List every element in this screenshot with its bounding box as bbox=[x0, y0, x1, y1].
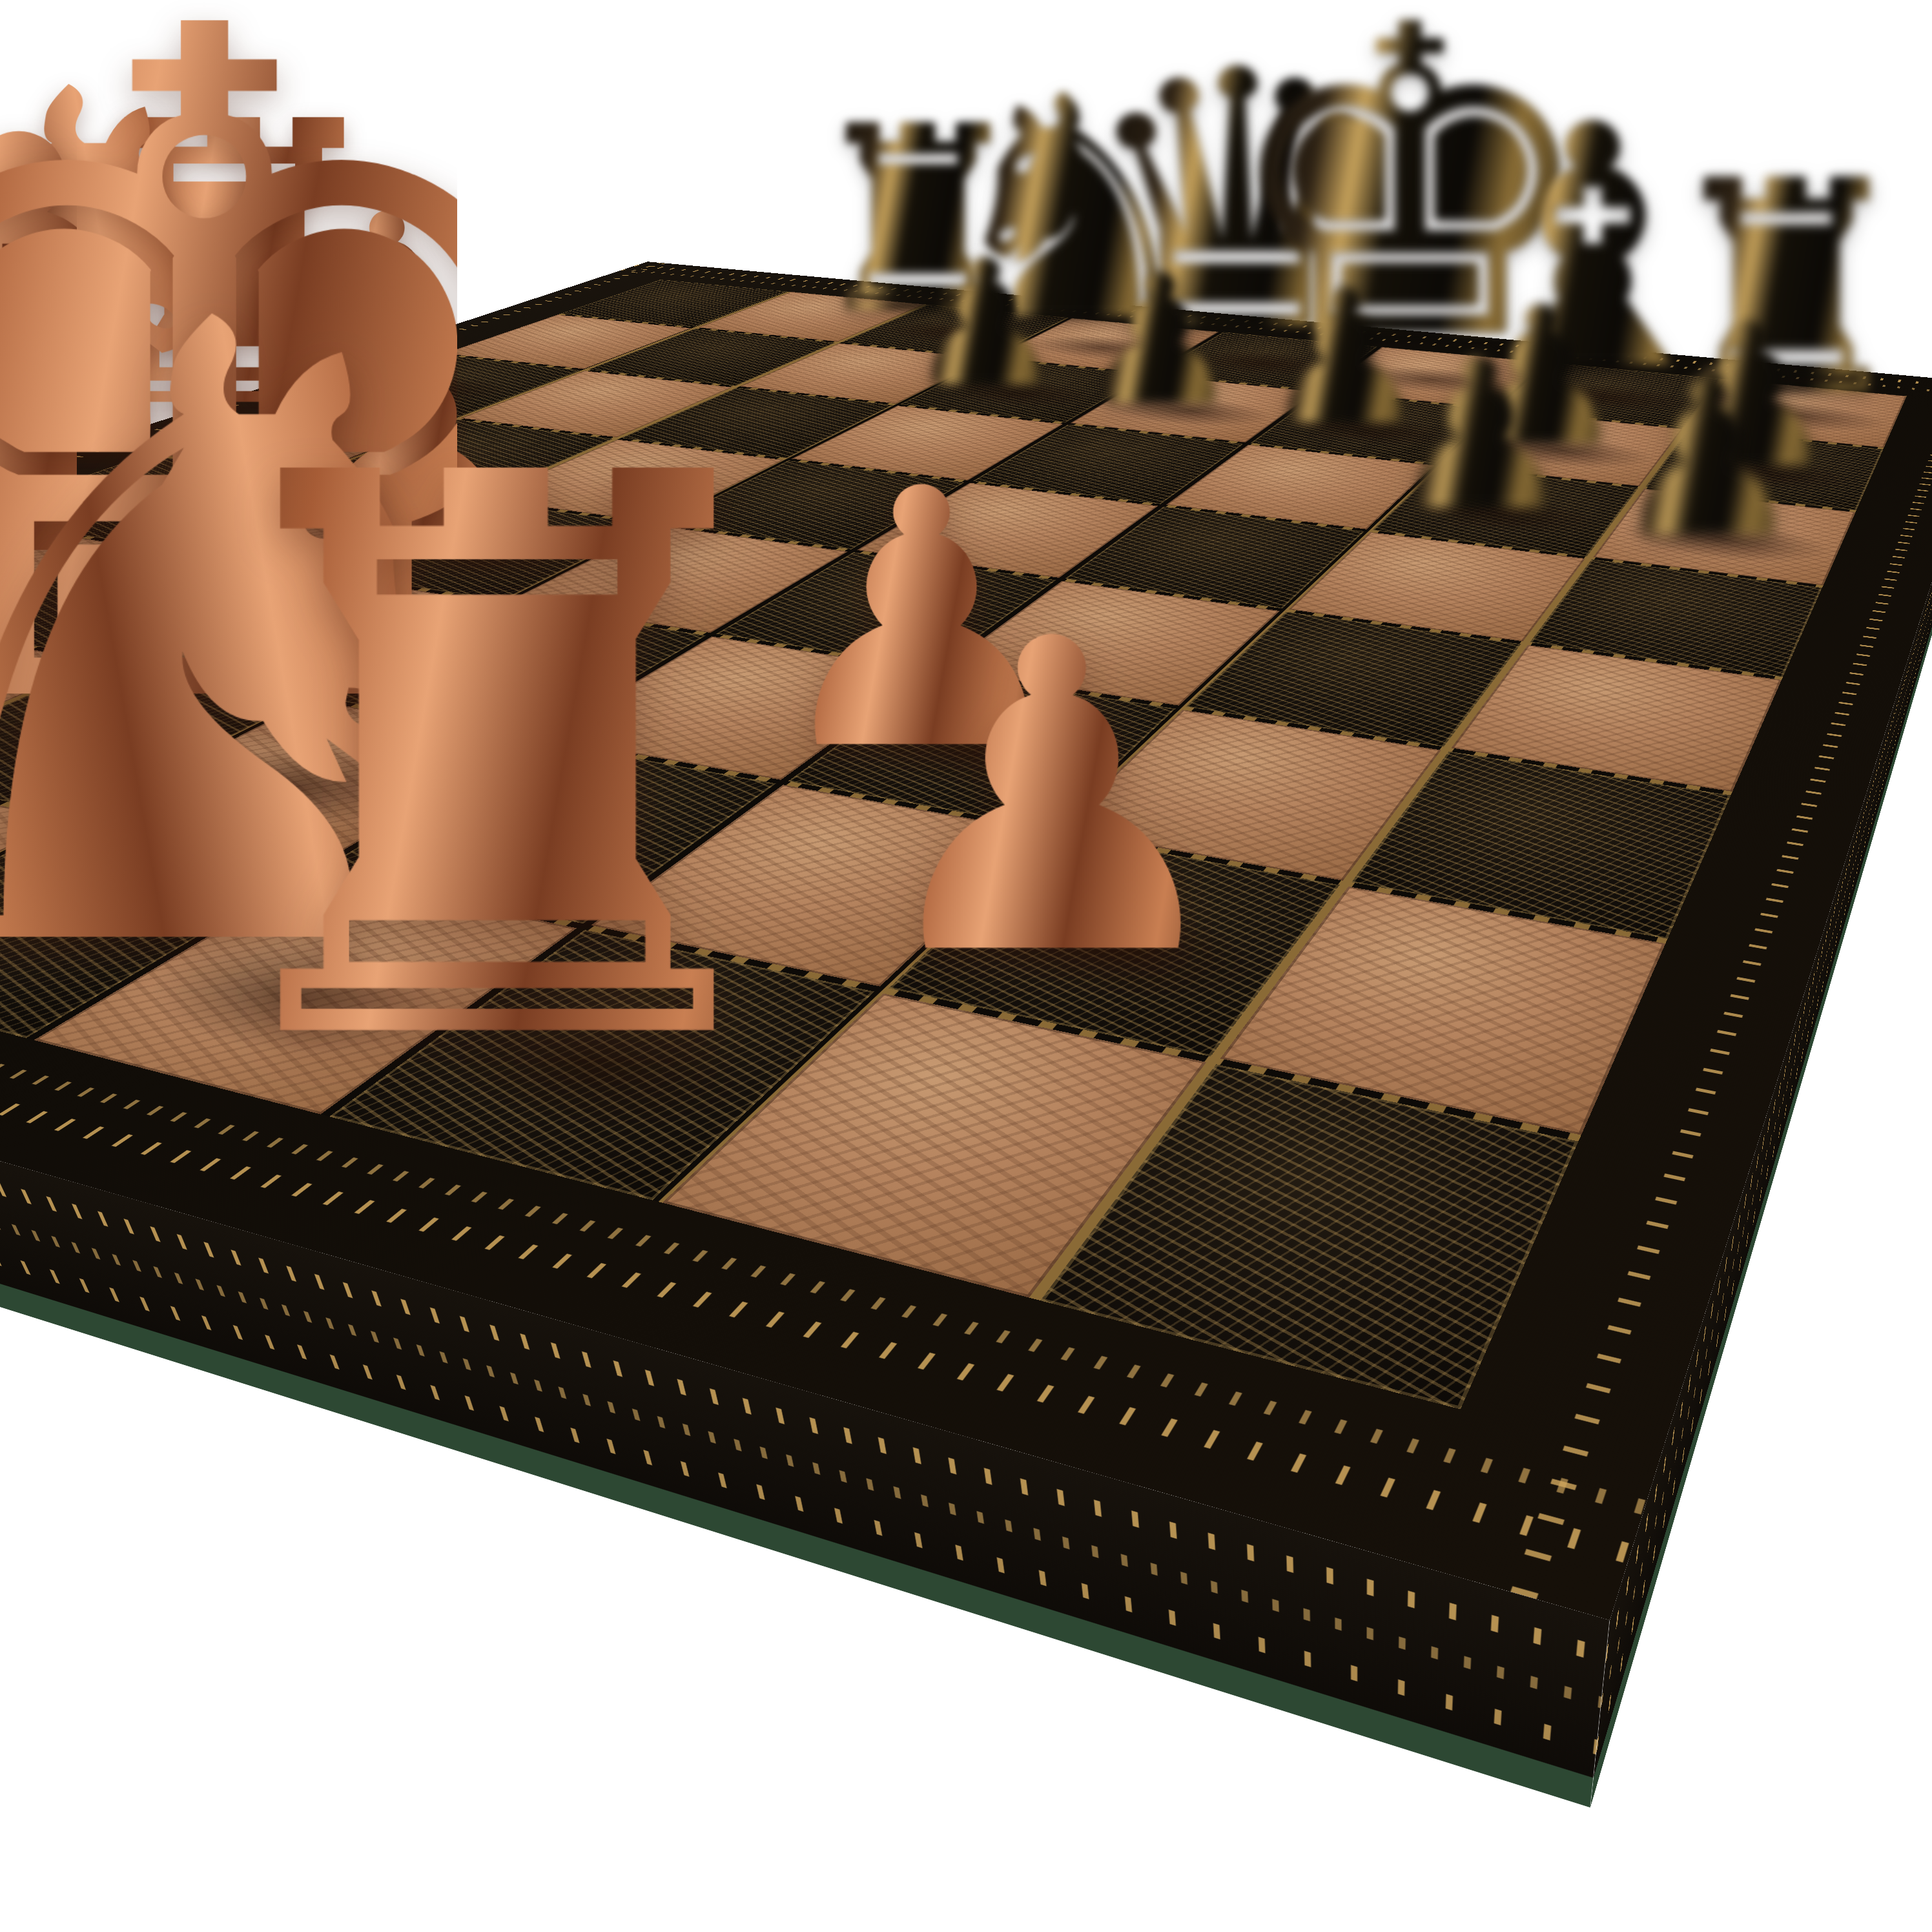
chess-board: ♜♞♛♚♝♜♟♟♟♟♟♟♟♟♜♞♟♝♟♛♚♟♞♜ bbox=[0, 262, 1932, 1620]
black-pawn-glyph: ♟ bbox=[1387, 331, 1574, 540]
black-pawn-glyph: ♟ bbox=[1080, 251, 1240, 431]
board-grid: ♜♞♛♚♝♜♟♟♟♟♟♟♟♟♜♞♟♝♟♛♚♟♞♜ bbox=[0, 280, 1907, 1409]
scene: ♜♞♛♚♝♜♟♟♟♟♟♟♟♟♜♞♟♝♟♛♚♟♞♜ bbox=[0, 0, 1932, 1932]
photo-stage: ♜♞♛♚♝♜♟♟♟♟♟♟♟♟♜♞♟♝♟♛♚♟♞♜ Overhead-angle … bbox=[0, 0, 1932, 1932]
black-pawn-glyph: ♟ bbox=[1611, 352, 1805, 568]
white-pawn-glyph: ♟ bbox=[859, 584, 1245, 1014]
black-pawn-glyph: ♟ bbox=[907, 237, 1064, 411]
board-frame: ♜♞♛♚♝♜♟♟♟♟♟♟♟♟♜♞♟♝♟♛♚♟♞♜ bbox=[0, 262, 1932, 1620]
white-rook-glyph: ♜ bbox=[152, 378, 842, 1148]
